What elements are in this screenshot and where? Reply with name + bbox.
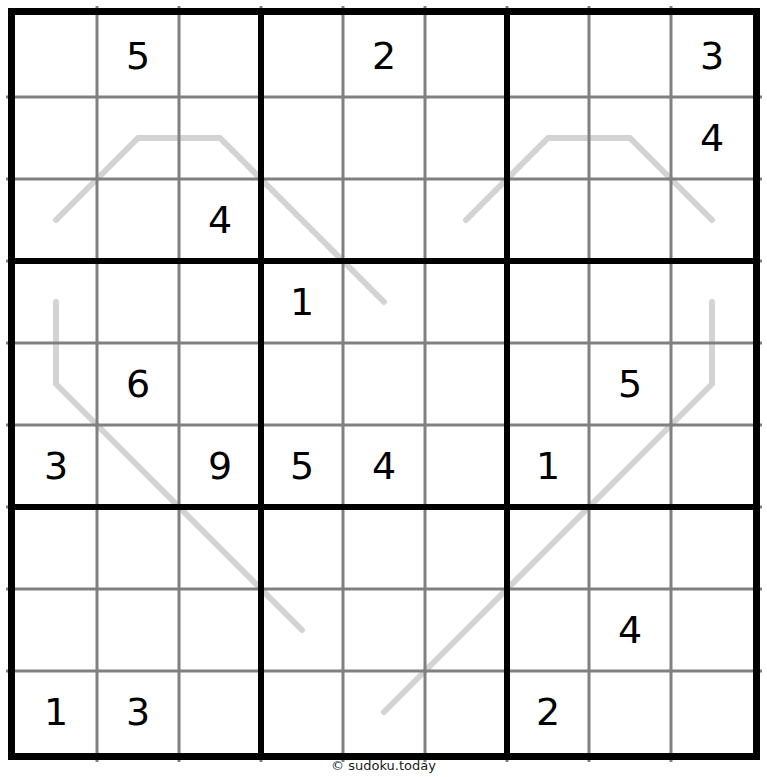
cell-r7c9[interactable] (671, 507, 753, 589)
cell-r3c3[interactable]: 4 (179, 179, 261, 261)
given-digit: 1 (290, 283, 314, 321)
cell-r8c1[interactable] (15, 589, 97, 671)
cell-r7c8[interactable] (589, 507, 671, 589)
cell-r9c1[interactable]: 1 (15, 671, 97, 753)
cell-r4c2[interactable] (97, 261, 179, 343)
cell-r9c3[interactable] (179, 671, 261, 753)
given-digit: 3 (126, 693, 150, 731)
cell-r3c9[interactable] (671, 179, 753, 261)
cell-r9c2[interactable]: 3 (97, 671, 179, 753)
given-digit: 2 (536, 693, 560, 731)
cell-r1c3[interactable] (179, 15, 261, 97)
cell-r4c1[interactable] (15, 261, 97, 343)
cell-r4c3[interactable] (179, 261, 261, 343)
cell-r4c9[interactable] (671, 261, 753, 343)
cell-r7c1[interactable] (15, 507, 97, 589)
cell-r5c3[interactable] (179, 343, 261, 425)
cell-r8c6[interactable] (425, 589, 507, 671)
cell-r6c3[interactable]: 9 (179, 425, 261, 507)
given-digit: 4 (372, 447, 396, 485)
cell-r1c9[interactable]: 3 (671, 15, 753, 97)
cell-r1c6[interactable] (425, 15, 507, 97)
cell-r8c3[interactable] (179, 589, 261, 671)
cell-r8c5[interactable] (343, 589, 425, 671)
cell-r5c8[interactable]: 5 (589, 343, 671, 425)
cell-r5c7[interactable] (507, 343, 589, 425)
cell-r3c7[interactable] (507, 179, 589, 261)
cell-r4c6[interactable] (425, 261, 507, 343)
cell-r3c8[interactable] (589, 179, 671, 261)
cell-r2c3[interactable] (179, 97, 261, 179)
given-digit: 4 (618, 611, 642, 649)
cell-r2c9[interactable]: 4 (671, 97, 753, 179)
given-digit: 2 (372, 37, 396, 75)
cell-r4c7[interactable] (507, 261, 589, 343)
given-digit: 9 (208, 447, 232, 485)
cell-r1c4[interactable] (261, 15, 343, 97)
cell-r8c2[interactable] (97, 589, 179, 671)
cell-r9c8[interactable] (589, 671, 671, 753)
cell-r8c4[interactable] (261, 589, 343, 671)
cell-r4c8[interactable] (589, 261, 671, 343)
cell-r2c7[interactable] (507, 97, 589, 179)
cell-r2c2[interactable] (97, 97, 179, 179)
given-digit: 1 (44, 693, 68, 731)
cell-r8c9[interactable] (671, 589, 753, 671)
given-digit: 5 (618, 365, 642, 403)
cell-r8c8[interactable]: 4 (589, 589, 671, 671)
cell-r6c7[interactable]: 1 (507, 425, 589, 507)
cell-r2c1[interactable] (15, 97, 97, 179)
cell-r9c6[interactable] (425, 671, 507, 753)
cell-r6c9[interactable] (671, 425, 753, 507)
sudoku-puzzle-page: 52344165395414132 © sudoku.today (0, 0, 767, 777)
cell-r3c1[interactable] (15, 179, 97, 261)
given-digit: 5 (290, 447, 314, 485)
cell-r3c6[interactable] (425, 179, 507, 261)
cell-r6c8[interactable] (589, 425, 671, 507)
cell-r7c3[interactable] (179, 507, 261, 589)
cell-r7c7[interactable] (507, 507, 589, 589)
cell-r6c5[interactable]: 4 (343, 425, 425, 507)
cell-r1c5[interactable]: 2 (343, 15, 425, 97)
cell-r3c4[interactable] (261, 179, 343, 261)
cell-r2c5[interactable] (343, 97, 425, 179)
cell-r3c2[interactable] (97, 179, 179, 261)
given-digit: 5 (126, 37, 150, 75)
cell-r7c4[interactable] (261, 507, 343, 589)
cell-r5c9[interactable] (671, 343, 753, 425)
cell-r4c5[interactable] (343, 261, 425, 343)
given-digit: 1 (536, 447, 560, 485)
cell-r5c4[interactable] (261, 343, 343, 425)
cell-r1c8[interactable] (589, 15, 671, 97)
cell-r8c7[interactable] (507, 589, 589, 671)
cell-r6c2[interactable] (97, 425, 179, 507)
given-digit: 3 (44, 447, 68, 485)
cell-r4c4[interactable]: 1 (261, 261, 343, 343)
sudoku-grid: 52344165395414132 (15, 15, 753, 753)
given-digit: 6 (126, 365, 150, 403)
cell-r6c4[interactable]: 5 (261, 425, 343, 507)
cell-r9c5[interactable] (343, 671, 425, 753)
cell-r9c7[interactable]: 2 (507, 671, 589, 753)
cell-r9c9[interactable] (671, 671, 753, 753)
cell-r5c6[interactable] (425, 343, 507, 425)
cell-r5c5[interactable] (343, 343, 425, 425)
cell-r2c8[interactable] (589, 97, 671, 179)
cell-r5c2[interactable]: 6 (97, 343, 179, 425)
cell-r3c5[interactable] (343, 179, 425, 261)
cell-r2c6[interactable] (425, 97, 507, 179)
cell-r7c5[interactable] (343, 507, 425, 589)
given-digit: 4 (700, 119, 724, 157)
cell-r9c4[interactable] (261, 671, 343, 753)
cell-r1c2[interactable]: 5 (97, 15, 179, 97)
cell-r7c2[interactable] (97, 507, 179, 589)
sudoku-board: 52344165395414132 (8, 8, 760, 760)
given-digit: 4 (208, 201, 232, 239)
cell-r6c6[interactable] (425, 425, 507, 507)
cell-r2c4[interactable] (261, 97, 343, 179)
cell-r5c1[interactable] (15, 343, 97, 425)
cell-r6c1[interactable]: 3 (15, 425, 97, 507)
site-credit: © sudoku.today (0, 758, 767, 773)
given-digit: 3 (700, 37, 724, 75)
cell-r1c1[interactable] (15, 15, 97, 97)
cell-r1c7[interactable] (507, 15, 589, 97)
cell-r7c6[interactable] (425, 507, 507, 589)
